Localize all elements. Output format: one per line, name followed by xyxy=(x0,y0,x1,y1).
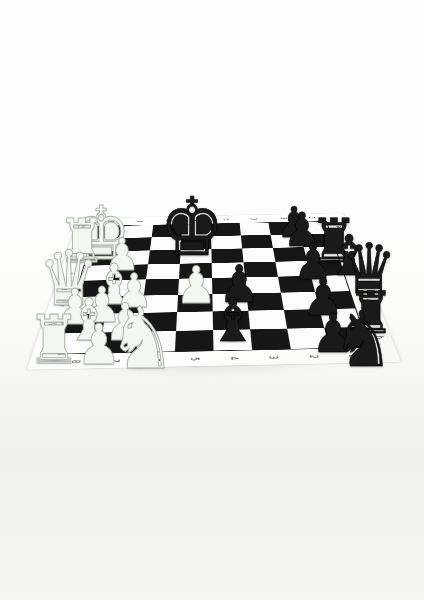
board-grid xyxy=(58,221,370,354)
coord-label: b xyxy=(327,236,360,243)
coord-label: d xyxy=(336,263,371,271)
square-g6 xyxy=(273,247,307,262)
coord-label: h xyxy=(27,339,68,350)
square-e7 xyxy=(211,235,242,249)
coord-label: 5 xyxy=(183,348,204,371)
coord-label: 1 xyxy=(302,212,320,224)
coord-label: e xyxy=(341,278,378,287)
square-b3 xyxy=(106,296,144,314)
coord-label: 3 xyxy=(246,213,262,225)
square-f6 xyxy=(242,248,275,263)
coord-label: g xyxy=(34,319,74,330)
square-d4 xyxy=(178,278,212,295)
square-c6 xyxy=(148,250,181,265)
coord-label: f xyxy=(40,301,78,311)
coord-label: a xyxy=(67,229,98,236)
coord-label: 2 xyxy=(274,212,291,224)
square-e2 xyxy=(213,311,250,331)
product-photo[interactable]: 87654321 87654321 abcdefgh abcdefgh ♜♚♟♛… xyxy=(0,0,424,600)
coord-label: 7 xyxy=(131,215,148,227)
square-d7 xyxy=(181,236,212,250)
coord-label: 4 xyxy=(223,347,245,370)
square-c5 xyxy=(146,264,180,280)
square-f7 xyxy=(241,235,273,249)
square-c7 xyxy=(150,237,181,251)
coord-label: a xyxy=(323,224,355,231)
square-g7 xyxy=(271,234,304,248)
square-g4 xyxy=(278,276,315,293)
square-d5 xyxy=(179,263,212,279)
square-d2 xyxy=(176,311,213,331)
coord-label: 4 xyxy=(218,214,233,226)
square-b4 xyxy=(110,279,146,296)
chess-mat: 87654321 87654321 abcdefgh abcdefgh xyxy=(27,213,401,370)
coord-label: h xyxy=(358,332,400,343)
square-e3 xyxy=(212,293,248,311)
coord-label: 8 xyxy=(101,216,119,228)
square-f2 xyxy=(248,310,287,329)
coord-label: c xyxy=(58,255,92,263)
coord-label: 5 xyxy=(189,214,204,226)
square-b7 xyxy=(119,237,151,251)
coord-label: g xyxy=(352,312,392,322)
square-f5 xyxy=(244,262,278,278)
square-f3 xyxy=(247,293,284,311)
square-b6 xyxy=(116,250,150,265)
square-e6 xyxy=(211,248,243,263)
square-b5 xyxy=(113,264,148,280)
square-d6 xyxy=(180,249,212,264)
square-e4 xyxy=(212,277,247,294)
coord-label: b xyxy=(62,241,95,248)
square-c4 xyxy=(144,279,179,296)
square-b2 xyxy=(102,313,142,333)
coord-label: e xyxy=(47,285,84,294)
coord-label: 2 xyxy=(300,346,325,368)
coord-label: 7 xyxy=(103,350,127,373)
square-g5 xyxy=(275,261,311,277)
coord-label: c xyxy=(332,249,366,257)
coord-label: d xyxy=(52,269,87,277)
coord-label: 6 xyxy=(143,349,165,372)
square-g3 xyxy=(281,292,320,310)
square-c2 xyxy=(139,312,177,332)
square-f4 xyxy=(245,277,281,294)
square-d3 xyxy=(177,294,213,312)
square-c3 xyxy=(142,295,179,313)
coord-label: 6 xyxy=(160,215,176,227)
square-g2 xyxy=(284,309,324,328)
coord-label: f xyxy=(346,295,384,305)
coord-label: 3 xyxy=(262,346,285,368)
square-e5 xyxy=(212,262,245,278)
